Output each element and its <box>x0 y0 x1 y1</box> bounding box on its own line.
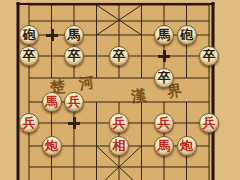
piece-red-horse[interactable]: 馬 <box>154 136 174 156</box>
piece-red-soldier[interactable]: 兵 <box>64 92 84 112</box>
piece-black-horse[interactable]: 馬 <box>154 25 174 45</box>
piece-red-soldier[interactable]: 兵 <box>199 113 219 133</box>
piece-red-soldier[interactable]: 兵 <box>19 113 39 133</box>
piece-red-soldier[interactable]: 兵 <box>109 113 129 133</box>
piece-red-cannon[interactable]: 炮 <box>42 136 62 156</box>
piece-red-soldier[interactable]: 兵 <box>154 113 174 133</box>
piece-red-elephant[interactable]: 相 <box>109 136 129 156</box>
piece-black-cannon[interactable]: 砲 <box>19 25 39 45</box>
piece-black-soldier[interactable]: 卒 <box>199 46 219 66</box>
piece-red-cannon[interactable]: 炮 <box>177 136 197 156</box>
piece-red-horse[interactable]: 馬 <box>42 92 62 112</box>
piece-black-soldier[interactable]: 卒 <box>64 46 84 66</box>
piece-black-soldier[interactable]: 卒 <box>19 46 39 66</box>
piece-black-soldier[interactable]: 卒 <box>154 68 174 88</box>
piece-black-cannon[interactable]: 砲 <box>177 25 197 45</box>
piece-black-horse[interactable]: 馬 <box>64 25 84 45</box>
point-marker-vacated-black-cannon-point <box>46 29 58 41</box>
piece-black-soldier[interactable]: 卒 <box>109 46 129 66</box>
point-marker-vacated-red-soldier-point <box>68 117 80 129</box>
xiangqi-board: 楚河 漢界 砲馬馬砲卒卒卒卒卒馬兵兵兵兵兵炮相馬炮 <box>0 0 240 180</box>
point-marker-vacated-black-soldier-point <box>158 50 170 62</box>
